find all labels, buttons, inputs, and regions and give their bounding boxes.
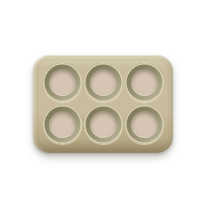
cup-bottom xyxy=(90,111,117,138)
muffin-cup-2 xyxy=(84,63,123,102)
cup-bottom xyxy=(49,69,76,96)
muffin-cup-5 xyxy=(84,105,123,144)
cup-bottom xyxy=(49,111,76,138)
muffin-pan xyxy=(33,55,173,153)
cup-bottom xyxy=(90,69,117,96)
cup-bottom xyxy=(131,111,158,138)
muffin-cup-6 xyxy=(125,105,164,144)
cup-grid xyxy=(42,62,164,144)
cup-bottom xyxy=(131,69,158,96)
muffin-cup-4 xyxy=(43,105,82,144)
photo-background xyxy=(0,0,200,200)
muffin-cup-1 xyxy=(43,63,82,102)
muffin-cup-3 xyxy=(125,63,164,102)
